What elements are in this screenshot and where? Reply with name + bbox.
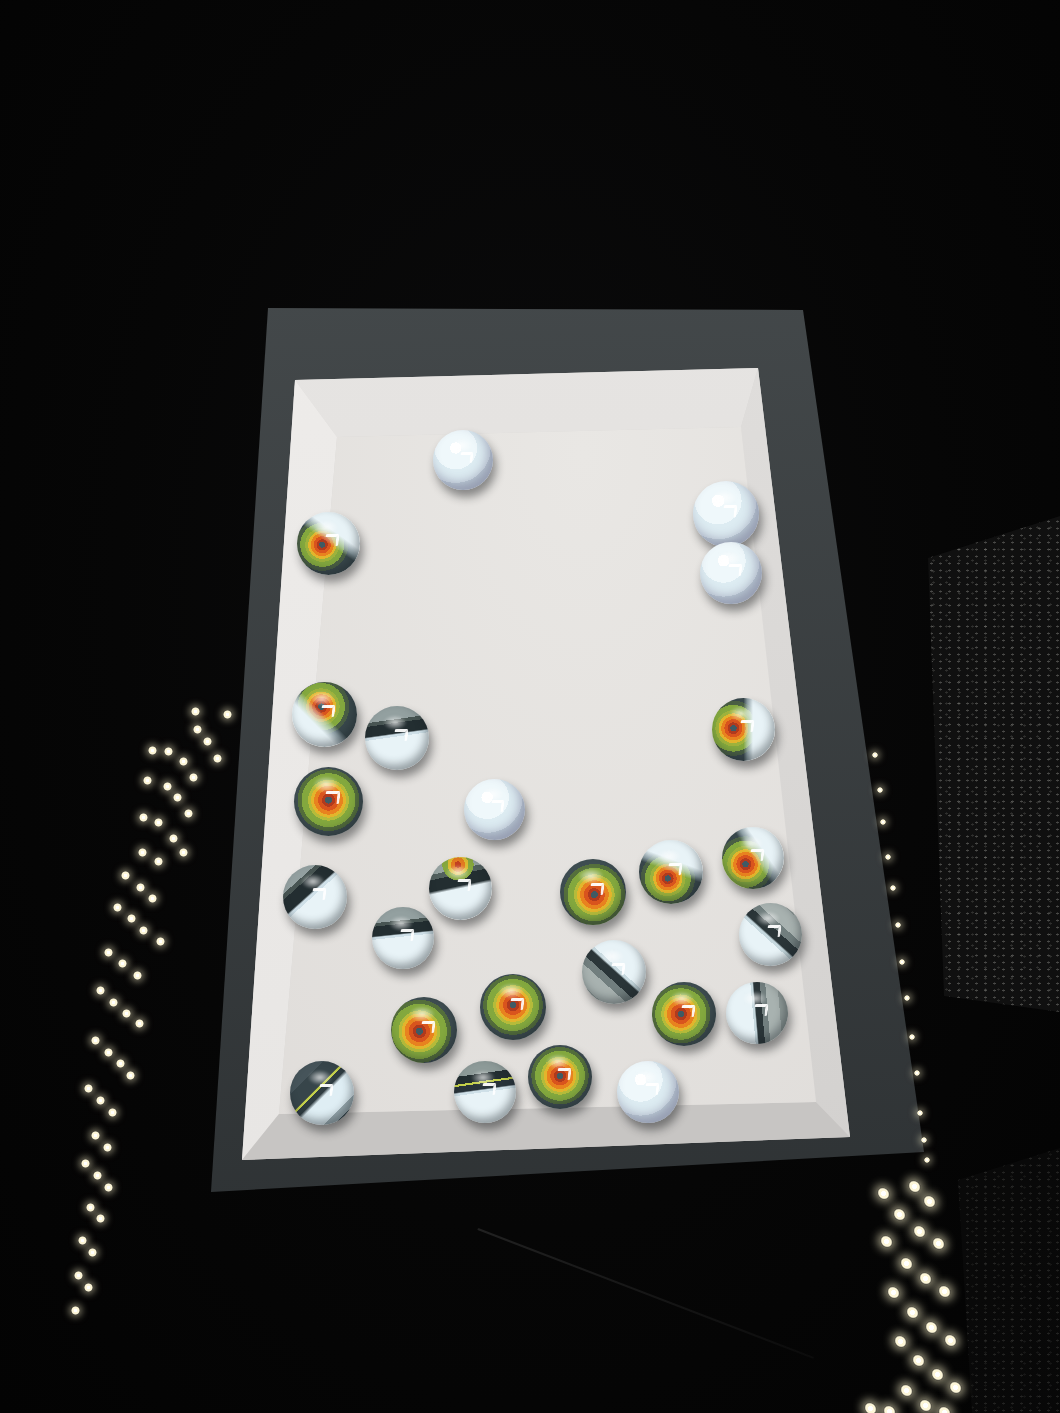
led-dot-corner [920, 1192, 937, 1209]
led-dot-left [148, 746, 157, 755]
led-dot-right [885, 854, 891, 860]
led-dot-left [71, 1306, 80, 1315]
led-dot-corner [897, 1381, 914, 1398]
scene-marbles-in-box [0, 0, 1060, 1413]
led-dot-corner [884, 1283, 901, 1300]
led-dot-left [173, 793, 182, 802]
led-dot-corner [891, 1332, 908, 1349]
led-dot-left [184, 809, 193, 818]
led-dot-left [154, 818, 163, 827]
led-dot-left [213, 754, 222, 763]
led-dot-right [877, 787, 883, 793]
led-dot-corner [877, 1232, 894, 1249]
led-dot-right [924, 1157, 930, 1163]
led-dot-corner [922, 1318, 939, 1335]
led-dot-left [139, 813, 148, 822]
led-dot-corner [941, 1331, 958, 1348]
led-dot-left [223, 710, 232, 719]
led-dot-left [179, 848, 188, 857]
led-dot-left [88, 1248, 97, 1257]
led-dot-left [113, 903, 122, 912]
led-dot-left [179, 757, 188, 766]
led-dot-left [122, 1009, 131, 1018]
led-dot-corner [916, 1396, 933, 1413]
led-dot-left [93, 1171, 102, 1180]
led-dot-left [84, 1084, 93, 1093]
led-dot-right [904, 995, 910, 1001]
led-dot-corner [916, 1269, 933, 1286]
led-dot-left [156, 937, 165, 946]
led-dot-left [104, 1048, 113, 1057]
led-dot-left [108, 1108, 117, 1117]
led-dot-corner [928, 1365, 945, 1382]
led-dot-left [148, 894, 157, 903]
led-dot-right [921, 1137, 927, 1143]
led-dot-right [890, 885, 896, 891]
led-dot-corner [874, 1184, 891, 1201]
led-dot-right [909, 1034, 915, 1040]
led-dot-left [135, 1019, 144, 1028]
led-dot-left [203, 737, 212, 746]
led-dot-left [133, 971, 142, 980]
led-dot-left [96, 986, 105, 995]
led-dot-left [121, 871, 130, 880]
led-dot-left [191, 707, 200, 716]
led-dot-corner [903, 1303, 920, 1320]
led-dot-left [138, 848, 147, 857]
led-dot-right [880, 819, 886, 825]
led-dot-left [193, 725, 202, 734]
led-dot-left [143, 776, 152, 785]
led-dot-right [914, 1070, 920, 1076]
led-dot-left [103, 1143, 112, 1152]
led-dot-corner [946, 1378, 963, 1395]
led-dot-left [136, 883, 145, 892]
led-dot-left [84, 1283, 93, 1292]
led-dot-left [96, 1096, 105, 1105]
led-dot-left [86, 1203, 95, 1212]
led-dot-left [154, 857, 163, 866]
led-dot-corner [905, 1177, 922, 1194]
led-dot-corner [935, 1403, 952, 1413]
led-dot-left [91, 1131, 100, 1140]
led-dot-corner [935, 1282, 952, 1299]
led-dot-left [139, 926, 148, 935]
led-dot-left [109, 998, 118, 1007]
led-dot-right [917, 1110, 923, 1116]
led-dot-left [189, 773, 198, 782]
led-dot-corner [897, 1254, 914, 1271]
led-dot-left [169, 834, 178, 843]
led-dot-corner [880, 1402, 897, 1413]
led-dot-left [163, 782, 172, 791]
led-dot-corner [909, 1351, 926, 1368]
led-dot-left [118, 959, 127, 968]
led-dot-left [104, 1183, 113, 1192]
led-dot-left [81, 1159, 90, 1168]
led-dot-left [74, 1271, 83, 1280]
led-dot-left [126, 1071, 135, 1080]
led-dot-corner [861, 1399, 878, 1413]
led-dot-left [104, 948, 113, 957]
led-dot-left [164, 747, 173, 756]
led-dot-left [91, 1036, 100, 1045]
led-dot-left [96, 1214, 105, 1223]
led-dot-right [899, 959, 905, 965]
led-dot-corner [929, 1234, 946, 1251]
led-dot-corner [910, 1222, 927, 1239]
led-dot-left [116, 1059, 125, 1068]
led-lights-layer [0, 0, 1060, 1413]
led-dot-right [895, 922, 901, 928]
led-dot-left [78, 1236, 87, 1245]
led-dot-corner [890, 1205, 907, 1222]
led-dot-right [872, 752, 878, 758]
led-dot-left [127, 914, 136, 923]
